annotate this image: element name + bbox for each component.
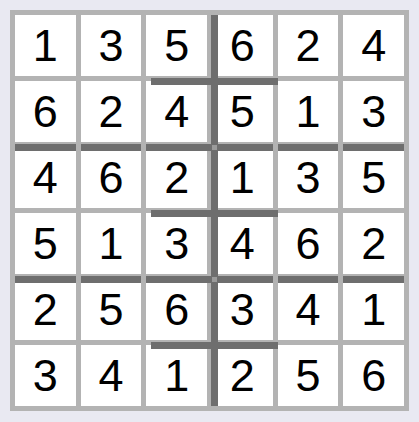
cell-r4c2[interactable]: 1	[81, 213, 142, 274]
cell-r5c6[interactable]: 1	[343, 279, 404, 340]
cell-r1c4[interactable]: 6	[212, 15, 273, 76]
cell-r4c6[interactable]: 2	[343, 213, 404, 274]
cell-r6c6[interactable]: 6	[343, 345, 404, 406]
cell-r1c5[interactable]: 2	[278, 15, 339, 76]
cell-r6c2[interactable]: 4	[81, 345, 142, 406]
cell-r3c6[interactable]: 5	[343, 147, 404, 208]
cell-r1c3[interactable]: 5	[146, 15, 207, 76]
cell-r5c4[interactable]: 3	[212, 279, 273, 340]
cell-r3c4[interactable]: 1	[212, 147, 273, 208]
cell-r3c1[interactable]: 4	[15, 147, 76, 208]
cell-r4c4[interactable]: 4	[212, 213, 273, 274]
cell-r1c6[interactable]: 4	[343, 15, 404, 76]
cell-r2c5[interactable]: 1	[278, 81, 339, 142]
cell-r5c5[interactable]: 4	[278, 279, 339, 340]
sudoku-board: 135624624513462135513462256341341256	[10, 10, 409, 411]
cell-r3c5[interactable]: 3	[278, 147, 339, 208]
cell-r5c1[interactable]: 2	[15, 279, 76, 340]
sudoku-grid: 135624624513462135513462256341341256	[15, 15, 404, 406]
cell-r3c2[interactable]: 6	[81, 147, 142, 208]
cell-r4c3[interactable]: 3	[146, 213, 207, 274]
cell-r2c1[interactable]: 6	[15, 81, 76, 142]
cell-r3c3[interactable]: 2	[146, 147, 207, 208]
cell-r1c2[interactable]: 3	[81, 15, 142, 76]
cell-r5c3[interactable]: 6	[146, 279, 207, 340]
cell-r1c1[interactable]: 1	[15, 15, 76, 76]
cell-r6c3[interactable]: 1	[146, 345, 207, 406]
cell-r2c6[interactable]: 3	[343, 81, 404, 142]
cell-r6c5[interactable]: 5	[278, 345, 339, 406]
cell-r5c2[interactable]: 5	[81, 279, 142, 340]
cell-r6c4[interactable]: 2	[212, 345, 273, 406]
cell-r4c1[interactable]: 5	[15, 213, 76, 274]
cell-r2c3[interactable]: 4	[146, 81, 207, 142]
cell-r6c1[interactable]: 3	[15, 345, 76, 406]
cell-r2c2[interactable]: 2	[81, 81, 142, 142]
cell-r4c5[interactable]: 6	[278, 213, 339, 274]
cell-r2c4[interactable]: 5	[212, 81, 273, 142]
